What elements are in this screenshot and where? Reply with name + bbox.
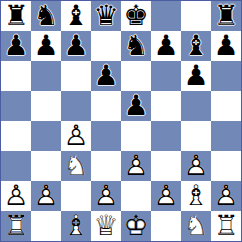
piece-white-knight: ♞♘ <box>181 211 211 241</box>
square-e5[interactable]: ♟ <box>121 91 151 121</box>
piece-glyph: ♜ <box>211 1 241 31</box>
square-f3[interactable] <box>151 151 181 181</box>
square-c5[interactable] <box>61 91 91 121</box>
square-h8[interactable]: ♜ <box>211 1 241 31</box>
square-b1[interactable] <box>31 211 61 241</box>
square-h3[interactable] <box>211 151 241 181</box>
piece-black-pawn: ♟ <box>31 31 61 61</box>
square-g5[interactable] <box>181 91 211 121</box>
piece-white-pawn: ♟♙ <box>211 181 241 211</box>
square-b6[interactable] <box>31 61 61 91</box>
square-f5[interactable] <box>151 91 181 121</box>
square-f1[interactable] <box>151 211 181 241</box>
piece-black-pawn: ♟ <box>61 31 91 61</box>
square-a5[interactable] <box>1 91 31 121</box>
square-b7[interactable]: ♟ <box>31 31 61 61</box>
piece-black-knight: ♞ <box>31 1 61 31</box>
piece-white-bishop: ♝♗ <box>181 181 211 211</box>
square-c8[interactable]: ♝ <box>61 1 91 31</box>
chess-board: ♜♞♝♛♚♜♟♟♟♞♟♝♟♟♟♟♟♙♞♘♟♙♟♙♟♙♟♙♟♙♟♙♝♗♟♙♜♖♝♗… <box>1 1 241 241</box>
piece-black-pawn: ♟ <box>1 31 31 61</box>
square-g2[interactable]: ♝♗ <box>181 181 211 211</box>
piece-glyph: ♟ <box>61 31 91 61</box>
piece-outline-glyph: ♙ <box>121 151 151 181</box>
piece-glyph: ♟ <box>181 61 211 91</box>
piece-outline-glyph: ♙ <box>181 151 211 181</box>
square-g4[interactable] <box>181 121 211 151</box>
piece-glyph: ♞ <box>121 31 151 61</box>
square-c1[interactable]: ♝♗ <box>61 211 91 241</box>
piece-white-king: ♚♔ <box>121 211 151 241</box>
square-e2[interactable] <box>121 181 151 211</box>
square-b5[interactable] <box>31 91 61 121</box>
piece-glyph: ♟ <box>31 31 61 61</box>
square-f6[interactable] <box>151 61 181 91</box>
square-c4[interactable]: ♟♙ <box>61 121 91 151</box>
piece-outline-glyph: ♔ <box>121 211 151 241</box>
piece-glyph: ♛ <box>91 1 121 31</box>
piece-outline-glyph: ♙ <box>151 181 181 211</box>
piece-black-rook: ♜ <box>1 1 31 31</box>
square-g7[interactable]: ♝ <box>181 31 211 61</box>
piece-outline-glyph: ♖ <box>1 211 31 241</box>
piece-glyph: ♟ <box>121 91 151 121</box>
square-g6[interactable]: ♟ <box>181 61 211 91</box>
square-d8[interactable]: ♛ <box>91 1 121 31</box>
square-g8[interactable] <box>181 1 211 31</box>
piece-outline-glyph: ♙ <box>1 181 31 211</box>
chess-board-frame: ♜♞♝♛♚♜♟♟♟♞♟♝♟♟♟♟♟♙♞♘♟♙♟♙♟♙♟♙♟♙♟♙♝♗♟♙♜♖♝♗… <box>0 0 242 242</box>
square-e1[interactable]: ♚♔ <box>121 211 151 241</box>
piece-black-pawn: ♟ <box>181 61 211 91</box>
square-a2[interactable]: ♟♙ <box>1 181 31 211</box>
piece-glyph: ♟ <box>151 31 181 61</box>
piece-outline-glyph: ♙ <box>91 181 121 211</box>
piece-black-queen: ♛ <box>91 1 121 31</box>
piece-white-pawn: ♟♙ <box>91 181 121 211</box>
piece-white-pawn: ♟♙ <box>121 151 151 181</box>
piece-outline-glyph: ♕ <box>91 211 121 241</box>
piece-white-queen: ♛♕ <box>91 211 121 241</box>
square-b3[interactable] <box>31 151 61 181</box>
square-d4[interactable] <box>91 121 121 151</box>
piece-glyph: ♚ <box>121 1 151 31</box>
square-a4[interactable] <box>1 121 31 151</box>
piece-glyph: ♝ <box>61 1 91 31</box>
piece-glyph: ♜ <box>1 1 31 31</box>
square-c3[interactable]: ♞♘ <box>61 151 91 181</box>
square-e6[interactable] <box>121 61 151 91</box>
square-h6[interactable] <box>211 61 241 91</box>
piece-black-bishop: ♝ <box>61 1 91 31</box>
piece-black-pawn: ♟ <box>211 31 241 61</box>
square-g1[interactable]: ♞♘ <box>181 211 211 241</box>
piece-white-pawn: ♟♙ <box>31 181 61 211</box>
square-f2[interactable]: ♟♙ <box>151 181 181 211</box>
piece-white-rook: ♜♖ <box>211 211 241 241</box>
piece-glyph: ♝ <box>181 31 211 61</box>
piece-white-bishop: ♝♗ <box>61 211 91 241</box>
piece-glyph: ♟ <box>1 31 31 61</box>
square-f4[interactable] <box>151 121 181 151</box>
square-h4[interactable] <box>211 121 241 151</box>
piece-outline-glyph: ♙ <box>61 121 91 151</box>
piece-black-rook: ♜ <box>211 1 241 31</box>
piece-black-pawn: ♟ <box>151 31 181 61</box>
square-c7[interactable]: ♟ <box>61 31 91 61</box>
square-h2[interactable]: ♟♙ <box>211 181 241 211</box>
piece-black-king: ♚ <box>121 1 151 31</box>
square-e3[interactable]: ♟♙ <box>121 151 151 181</box>
square-b4[interactable] <box>31 121 61 151</box>
piece-outline-glyph: ♖ <box>211 211 241 241</box>
square-d1[interactable]: ♛♕ <box>91 211 121 241</box>
piece-black-knight: ♞ <box>121 31 151 61</box>
square-e7[interactable]: ♞ <box>121 31 151 61</box>
piece-outline-glyph: ♙ <box>211 181 241 211</box>
square-d3[interactable] <box>91 151 121 181</box>
square-f7[interactable]: ♟ <box>151 31 181 61</box>
square-f8[interactable] <box>151 1 181 31</box>
square-a8[interactable]: ♜ <box>1 1 31 31</box>
square-d7[interactable] <box>91 31 121 61</box>
square-h1[interactable]: ♜♖ <box>211 211 241 241</box>
square-c2[interactable] <box>61 181 91 211</box>
square-a1[interactable]: ♜♖ <box>1 211 31 241</box>
square-a6[interactable] <box>1 61 31 91</box>
piece-white-pawn: ♟♙ <box>1 181 31 211</box>
square-b2[interactable]: ♟♙ <box>31 181 61 211</box>
piece-black-pawn: ♟ <box>91 61 121 91</box>
piece-white-pawn: ♟♙ <box>181 151 211 181</box>
piece-outline-glyph: ♗ <box>181 181 211 211</box>
piece-glyph: ♟ <box>211 31 241 61</box>
piece-black-bishop: ♝ <box>181 31 211 61</box>
square-b8[interactable]: ♞ <box>31 1 61 31</box>
piece-outline-glyph: ♙ <box>31 181 61 211</box>
square-d6[interactable]: ♟ <box>91 61 121 91</box>
piece-outline-glyph: ♘ <box>61 151 91 181</box>
square-e4[interactable] <box>121 121 151 151</box>
piece-glyph: ♞ <box>31 1 61 31</box>
square-a3[interactable] <box>1 151 31 181</box>
piece-glyph: ♟ <box>91 61 121 91</box>
piece-outline-glyph: ♗ <box>61 211 91 241</box>
square-a7[interactable]: ♟ <box>1 31 31 61</box>
square-h7[interactable]: ♟ <box>211 31 241 61</box>
square-e8[interactable]: ♚ <box>121 1 151 31</box>
square-d2[interactable]: ♟♙ <box>91 181 121 211</box>
square-c6[interactable] <box>61 61 91 91</box>
piece-white-knight: ♞♘ <box>61 151 91 181</box>
piece-white-pawn: ♟♙ <box>151 181 181 211</box>
piece-black-pawn: ♟ <box>121 91 151 121</box>
piece-outline-glyph: ♘ <box>181 211 211 241</box>
piece-white-pawn: ♟♙ <box>61 121 91 151</box>
square-g3[interactable]: ♟♙ <box>181 151 211 181</box>
square-h5[interactable] <box>211 91 241 121</box>
square-d5[interactable] <box>91 91 121 121</box>
piece-white-rook: ♜♖ <box>1 211 31 241</box>
